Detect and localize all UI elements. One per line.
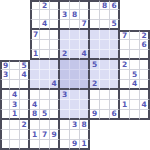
cell-r11c12[interactable] [120,110,130,120]
cell-r8c6[interactable] [60,80,70,90]
cell-r12c10 [100,120,110,130]
cell-r11c14[interactable] [140,110,150,120]
cell-r1c3[interactable] [30,10,40,20]
cell-r14c0[interactable] [0,140,10,150]
cell-r3c6[interactable] [60,30,70,40]
cell-r7c6[interactable] [60,70,70,80]
given-cell-r5c6[interactable]: 2 [60,50,70,60]
cell-r8c10[interactable] [100,80,110,90]
cell-r5c5[interactable] [50,50,60,60]
given-cell-r6c0[interactable]: 9 [0,60,10,70]
cell-r0c2 [20,0,30,10]
cell-r7c4[interactable] [40,70,50,80]
cell-r3c9[interactable] [90,30,100,40]
cell-r8c1[interactable] [10,80,20,90]
cell-r14c13 [130,140,140,150]
given-cell-r8c13[interactable]: 4 [130,80,140,90]
cell-r9c12[interactable] [120,90,130,100]
cell-r14c5[interactable] [50,140,60,150]
cell-r5c10[interactable] [100,50,110,60]
given-cell-r0c4[interactable]: 2 [40,0,50,10]
cell-r7c8[interactable] [80,70,90,80]
given-cell-r2c11[interactable]: 5 [110,20,120,30]
cell-r8c8[interactable] [80,80,90,90]
given-cell-r12c2[interactable]: 2 [20,120,30,130]
cell-r6c4[interactable] [40,60,50,70]
cell-r9c10[interactable] [100,90,110,100]
cell-r9c14[interactable] [140,90,150,100]
cell-r12c11 [110,120,120,130]
cell-r14c12 [120,140,130,150]
cell-r6c8[interactable] [80,60,90,70]
cell-r3c8[interactable] [80,30,90,40]
cell-r3c1 [10,30,20,40]
cell-r5c13[interactable] [130,50,140,60]
cell-r2c0 [0,20,10,30]
given-cell-r11c4[interactable]: 5 [40,110,50,120]
cell-r5c11[interactable] [110,50,120,60]
cell-r12c9 [90,120,100,130]
given-cell-r9c1[interactable]: 4 [10,90,20,100]
cell-r6c11[interactable] [110,60,120,70]
cell-r6c5[interactable] [50,60,60,70]
cell-r8c2[interactable] [20,80,30,90]
given-cell-r0c10[interactable]: 8 [100,0,110,10]
cell-r0c9[interactable] [90,0,100,10]
cell-r8c7[interactable] [70,80,80,90]
cell-r0c0 [0,0,10,10]
cell-r13c9 [90,130,100,140]
cell-r4c7[interactable] [70,40,80,50]
cell-r13c1[interactable] [10,130,20,140]
cell-r4c9[interactable] [90,40,100,50]
given-cell-r8c9[interactable]: 2 [90,80,100,90]
given-cell-r13c5[interactable]: 9 [50,130,60,140]
cell-r12c0[interactable] [0,120,10,130]
cell-r11c10[interactable] [100,110,110,120]
cell-r14c6[interactable] [60,140,70,150]
cell-r4c10[interactable] [100,40,110,50]
cell-r10c0[interactable] [0,100,10,110]
cell-r10c8[interactable] [80,100,90,110]
cell-r9c11[interactable] [110,90,120,100]
cell-r3c0 [0,30,10,40]
cell-r0c1 [10,0,20,10]
cell-r7c10[interactable] [100,70,110,80]
cell-r7c3[interactable] [30,70,40,80]
cell-r2c10[interactable] [100,20,110,30]
cell-r4c12[interactable] [120,40,130,50]
given-cell-r2c4[interactable]: 4 [40,20,50,30]
cell-r11c5[interactable] [50,110,60,120]
cell-r2c12 [120,20,130,30]
cell-r11c0[interactable] [0,110,10,120]
given-cell-r6c9[interactable]: 5 [90,60,100,70]
cell-r8c4[interactable] [40,80,50,90]
cell-r1c12 [120,10,130,20]
cell-r1c1 [10,10,20,20]
cell-r5c2 [20,50,30,60]
cell-r5c0 [0,50,10,60]
cell-r9c4[interactable] [40,90,50,100]
given-cell-r11c11[interactable]: 6 [110,110,120,120]
cell-r9c2[interactable] [20,90,30,100]
cell-r4c13[interactable] [130,40,140,50]
cell-r8c12[interactable] [120,80,130,90]
cell-r4c2 [20,40,30,50]
given-cell-r10c14[interactable]: 4 [140,100,150,110]
cell-r12c5[interactable] [50,120,60,130]
given-cell-r5c3[interactable]: 1 [30,50,40,60]
cell-r0c14 [140,0,150,10]
cell-r4c0 [0,40,10,50]
cell-r0c7[interactable] [70,0,80,10]
cell-r14c1[interactable] [10,140,20,150]
given-cell-r3c14[interactable]: 2 [140,30,150,40]
cell-r1c10[interactable] [100,10,110,20]
cell-r13c2[interactable] [20,130,30,140]
cell-r13c12 [120,130,130,140]
given-cell-r12c7[interactable]: 3 [70,120,80,130]
cell-r2c1 [10,20,20,30]
cell-r0c13 [130,0,140,10]
cell-r1c9[interactable] [90,10,100,20]
cell-r9c8[interactable] [80,90,90,100]
cell-r7c1[interactable] [10,70,20,80]
cell-r5c9[interactable] [90,50,100,60]
given-cell-r10c12[interactable]: 1 [120,100,130,110]
given-cell-r6c12[interactable]: 2 [120,60,130,70]
cell-r12c4[interactable] [40,120,50,130]
cell-r0c12 [120,0,130,10]
cell-r9c0[interactable] [0,90,10,100]
cell-r3c10[interactable] [100,30,110,40]
cell-r11c8[interactable] [80,110,90,120]
cell-r1c0 [0,10,10,20]
cell-r10c13[interactable] [130,100,140,110]
cell-r0c3[interactable] [30,0,40,10]
cell-r2c13 [130,20,140,30]
given-cell-r7c2[interactable]: 4 [20,70,30,80]
cell-r6c13[interactable] [130,60,140,70]
cell-r11c2[interactable] [20,110,30,120]
given-cell-r3c3[interactable]: 7 [30,30,40,40]
given-cell-r14c8[interactable]: 1 [80,140,90,150]
cell-r1c13 [130,10,140,20]
cell-r6c10[interactable] [100,60,110,70]
given-cell-r9c6[interactable]: 3 [60,90,70,100]
given-cell-r1c6[interactable]: 3 [60,10,70,20]
cell-r12c3[interactable] [30,120,40,130]
cell-r12c1[interactable] [10,120,20,130]
cell-r11c6[interactable] [60,110,70,120]
cell-r13c6[interactable] [60,130,70,140]
given-cell-r4c14[interactable]: 6 [140,40,150,50]
given-cell-r11c1[interactable]: 1 [10,110,20,120]
cell-r2c9[interactable] [90,20,100,30]
cell-r0c5[interactable] [50,0,60,10]
given-cell-r13c4[interactable]: 7 [40,130,50,140]
cell-r12c14 [140,120,150,130]
given-cell-r11c9[interactable]: 9 [90,110,100,120]
given-cell-r13c3[interactable]: 1 [30,130,40,140]
cell-r14c9 [90,140,100,150]
cell-r9c9[interactable] [90,90,100,100]
cell-r5c4[interactable] [40,50,50,60]
cell-r3c7[interactable] [70,30,80,40]
cell-r10c10[interactable] [100,100,110,110]
cell-r10c6[interactable] [60,100,70,110]
cell-r13c0[interactable] [0,130,10,140]
cell-r9c3[interactable] [30,90,40,100]
cell-r11c7[interactable] [70,110,80,120]
given-cell-r6c2[interactable]: 5 [20,60,30,70]
sudoku-board: 2863847577261249552345424433414185962381… [0,0,150,150]
given-cell-r5c8[interactable]: 4 [80,50,90,60]
cell-r1c5[interactable] [50,10,60,20]
given-cell-r14c7[interactable]: 9 [70,140,80,150]
cell-r9c13[interactable] [130,90,140,100]
cell-r6c3[interactable] [30,60,40,70]
given-cell-r1c7[interactable]: 8 [70,10,80,20]
given-cell-r8c5[interactable]: 4 [50,80,60,90]
cell-r7c12[interactable] [120,70,130,80]
cell-r4c11[interactable] [110,40,120,50]
cell-r0c6[interactable] [60,0,70,10]
puzzle-page: 2863847577261249552345424433414185962381… [0,0,150,150]
cell-r3c13[interactable] [130,30,140,40]
cell-r5c7[interactable] [70,50,80,60]
cell-r14c3[interactable] [30,140,40,150]
cell-r6c14[interactable] [140,60,150,70]
cell-r6c6[interactable] [60,60,70,70]
given-cell-r7c0[interactable]: 3 [0,70,10,80]
cell-r10c7[interactable] [70,100,80,110]
cell-r10c2[interactable] [20,100,30,110]
cell-r2c2 [20,20,30,30]
cell-r3c11[interactable] [110,30,120,40]
cell-r0c8[interactable] [80,0,90,10]
cell-r8c3[interactable] [30,80,40,90]
given-cell-r0c11[interactable]: 6 [110,0,120,10]
cell-r7c11[interactable] [110,70,120,80]
cell-r1c14 [140,10,150,20]
cell-r5c12[interactable] [120,50,130,60]
cell-r6c1[interactable] [10,60,20,70]
cell-r14c4[interactable] [40,140,50,150]
cell-r2c6[interactable] [60,20,70,30]
given-cell-r12c8[interactable]: 8 [80,120,90,130]
cell-r7c7[interactable] [70,70,80,80]
cell-r2c3[interactable] [30,20,40,30]
cell-r14c10 [100,140,110,150]
cell-r14c14 [140,140,150,150]
cell-r10c5[interactable] [50,100,60,110]
cell-r8c0[interactable] [0,80,10,90]
cell-r12c13 [130,120,140,130]
cell-r5c1 [10,50,20,60]
cell-r4c5[interactable] [50,40,60,50]
cell-r7c14[interactable] [140,70,150,80]
cell-r13c10 [100,130,110,140]
cell-r6c7[interactable] [70,60,80,70]
cell-r12c6[interactable] [60,120,70,130]
cell-r3c4[interactable] [40,30,50,40]
given-cell-r11c3[interactable]: 8 [30,110,40,120]
cell-r9c7[interactable] [70,90,80,100]
cell-r14c11 [110,140,120,150]
cell-r13c14 [140,130,150,140]
cell-r12c12 [120,120,130,130]
cell-r3c2 [20,30,30,40]
given-cell-r2c8[interactable]: 7 [80,20,90,30]
cell-r9c5[interactable] [50,90,60,100]
cell-r5c14[interactable] [140,50,150,60]
cell-r14c2[interactable] [20,140,30,150]
cell-r4c4[interactable] [40,40,50,50]
cell-r8c14[interactable] [140,80,150,90]
cell-r4c1 [10,40,20,50]
cell-r2c5[interactable] [50,20,60,30]
cell-r13c13 [130,130,140,140]
cell-r13c11 [110,130,120,140]
given-cell-r3c12[interactable]: 7 [120,30,130,40]
cell-r1c2 [20,10,30,20]
cell-r11c13[interactable] [130,110,140,120]
cell-r3c5[interactable] [50,30,60,40]
cell-r2c7[interactable] [70,20,80,30]
cell-r8c11[interactable] [110,80,120,90]
cell-r2c14 [140,20,150,30]
